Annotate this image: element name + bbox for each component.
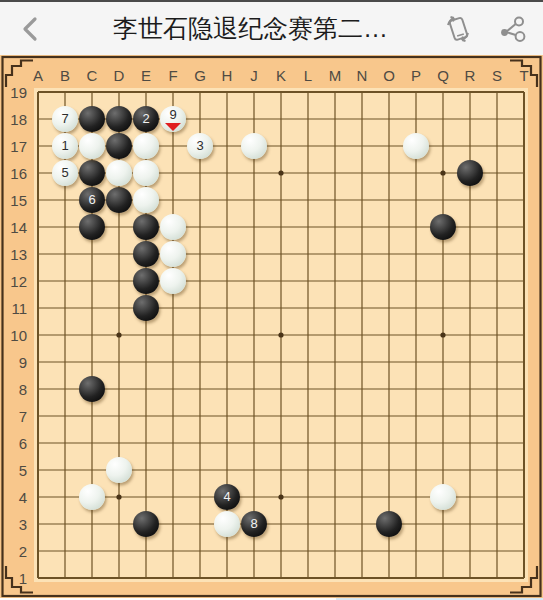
stone-white-C4[interactable] — [79, 484, 105, 510]
stone-white-P17[interactable] — [403, 133, 429, 159]
stone-white-E15[interactable] — [133, 187, 159, 213]
stone-white-B18[interactable]: 7 — [52, 106, 78, 132]
stone-white-Q4[interactable] — [430, 484, 456, 510]
stone-black-D17[interactable] — [106, 133, 132, 159]
stone-white-D5[interactable] — [106, 457, 132, 483]
rotate-screen-button[interactable] — [441, 12, 475, 46]
stone-black-E13[interactable] — [133, 241, 159, 267]
stone-black-E11[interactable] — [133, 295, 159, 321]
move-number: 1 — [61, 139, 68, 153]
stone-white-H3[interactable] — [214, 511, 240, 537]
stone-white-J17[interactable] — [241, 133, 267, 159]
move-number: 4 — [223, 490, 230, 504]
back-button[interactable] — [0, 2, 60, 55]
go-board[interactable]: ABCDEFGHJKLMNOPQRST 19181716151413121110… — [0, 55, 543, 598]
stone-black-C8[interactable] — [79, 376, 105, 402]
stone-black-D15[interactable] — [106, 187, 132, 213]
move-number: 5 — [61, 166, 68, 180]
stone-white-C17[interactable] — [79, 133, 105, 159]
share-icon — [497, 14, 527, 44]
stone-black-E3[interactable] — [133, 511, 159, 537]
stone-black-E12[interactable] — [133, 268, 159, 294]
move-number: 8 — [250, 517, 257, 531]
stone-black-E18[interactable]: 2 — [133, 106, 159, 132]
move-number: 2 — [142, 112, 149, 126]
top-bar: 李世石隐退纪念赛第二… — [0, 2, 543, 55]
page-title: 李世石隐退纪念赛第二… — [60, 12, 441, 45]
top-actions — [441, 12, 543, 46]
back-chevron-icon — [19, 16, 41, 42]
stone-white-F13[interactable] — [160, 241, 186, 267]
stone-black-E14[interactable] — [133, 214, 159, 240]
stone-black-J3[interactable]: 8 — [241, 511, 267, 537]
stone-black-C14[interactable] — [79, 214, 105, 240]
move-number: 3 — [196, 139, 203, 153]
stone-black-C16[interactable] — [79, 160, 105, 186]
move-number: 7 — [61, 112, 68, 126]
app-screen: 李世石隐退纪念赛第二… — [0, 0, 543, 600]
stone-white-E16[interactable] — [133, 160, 159, 186]
move-number: 9 — [169, 108, 176, 122]
move-number: 6 — [88, 193, 95, 207]
stone-black-H4[interactable]: 4 — [214, 484, 240, 510]
stone-black-C15[interactable]: 6 — [79, 187, 105, 213]
stone-white-E17[interactable] — [133, 133, 159, 159]
stone-white-F12[interactable] — [160, 268, 186, 294]
last-move-marker-icon — [165, 123, 181, 131]
rotate-screen-icon — [442, 13, 474, 45]
stone-white-B17[interactable]: 1 — [52, 133, 78, 159]
stone-white-G17[interactable]: 3 — [187, 133, 213, 159]
stone-black-R16[interactable] — [457, 160, 483, 186]
stone-white-F14[interactable] — [160, 214, 186, 240]
share-button[interactable] — [495, 12, 529, 46]
stone-black-O3[interactable] — [376, 511, 402, 537]
stone-black-Q14[interactable] — [430, 214, 456, 240]
stone-white-B16[interactable]: 5 — [52, 160, 78, 186]
stones-layer: 264879135 — [25, 79, 538, 592]
stone-white-D16[interactable] — [106, 160, 132, 186]
stone-white-F18[interactable]: 9 — [160, 106, 186, 132]
stone-black-D18[interactable] — [106, 106, 132, 132]
stone-black-C18[interactable] — [79, 106, 105, 132]
